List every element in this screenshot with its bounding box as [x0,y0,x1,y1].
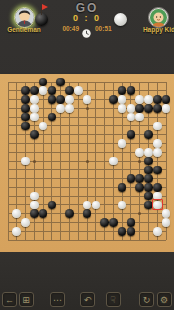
pass-button[interactable]: ⋯ [50,292,65,307]
stone-white [30,104,39,113]
stone-black [144,157,153,166]
stone-black [65,86,74,95]
stone-white [153,148,162,157]
stone-black [144,166,153,175]
stone-white [83,95,92,104]
stone-white [162,209,171,218]
right-player-name: Happy Kid [135,26,174,33]
stone-white [127,113,136,122]
stone-black [144,130,153,139]
left-player-timer: 00:49 [57,25,79,32]
resign-button[interactable]: ☟ [106,292,121,307]
stone-black [162,95,171,104]
stone-black [109,218,118,227]
stone-black [21,95,30,104]
stone-white [83,201,92,210]
stone-black [21,122,30,131]
stone-white [12,209,21,218]
stone-white [12,227,21,236]
left-player-avatar [14,7,35,28]
stone-black [48,95,57,104]
stone-black [39,78,48,87]
settings-button[interactable]: ⚙ [157,292,172,307]
stone-white [153,122,162,131]
stone-white [162,218,171,227]
hoshi-point [138,160,141,163]
undo-button[interactable]: ↶ [80,292,95,307]
right-player-avatar [148,7,169,28]
app-screen: GO 0 : 0 Gentleman 00:49 00:51 [0,0,174,310]
stone-white [30,95,39,104]
go-board[interactable] [0,74,174,252]
grid-line [8,169,166,170]
stone-white [65,95,74,104]
stone-black [127,130,136,139]
white-stone-indicator [114,13,127,26]
grid-line [8,240,166,241]
stone-white [39,86,48,95]
stone-black [39,209,48,218]
stone-black [118,183,127,192]
stone-white [109,157,118,166]
stone-black [30,130,39,139]
right-player-timer: 00:51 [95,25,117,32]
stone-black [127,227,136,236]
stone-white [74,86,83,95]
stone-white [21,218,30,227]
stone-black [118,86,127,95]
stone-black [135,104,144,113]
stone-black [144,174,153,183]
menu-button[interactable]: ⊞ [19,292,34,307]
stone-black [144,104,153,113]
stone-black [144,183,153,192]
stone-black [83,209,92,218]
stone-white [39,122,48,131]
stone-white [118,139,127,148]
clock-icon [82,24,91,33]
stone-white [153,227,162,236]
stone-black [135,183,144,192]
stone-black [127,218,136,227]
stone-black [127,174,136,183]
stone-black [30,86,39,95]
grid-line [104,82,105,240]
hoshi-point [138,212,141,215]
stone-black [135,174,144,183]
stone-black [48,113,57,122]
stone-black [21,104,30,113]
stone-white [144,95,153,104]
stone-black [153,95,162,104]
stone-black [109,95,118,104]
stone-white [118,104,127,113]
stone-black [65,209,74,218]
stone-white [30,201,39,210]
stone-white [118,201,127,210]
stone-black [127,86,136,95]
stone-black [56,78,65,87]
stone-white [144,148,153,157]
stone-black [118,227,127,236]
stone-black [153,183,162,192]
stone-white [30,113,39,122]
left-player-name: Gentleman [0,26,48,33]
stone-white [30,192,39,201]
stone-white [135,113,144,122]
stone-white [135,95,144,104]
stone-white [65,104,74,113]
stone-white [56,104,65,113]
hoshi-point [86,107,89,110]
stone-black [21,86,30,95]
stone-white [153,139,162,148]
turn-flag-icon [42,4,48,10]
stone-white [21,157,30,166]
stone-white [127,104,136,113]
stone-black [48,86,57,95]
grid-line [8,231,166,232]
stone-black [100,218,109,227]
restart-button[interactable]: ↻ [139,292,154,307]
stone-white [118,95,127,104]
stone-black [56,95,65,104]
stone-black [30,209,39,218]
toolbar: ← ⊞ ⋯ ↶ ☟ ↻ ⚙ [0,252,174,310]
grid-line [8,222,166,223]
stone-black [153,104,162,113]
stone-black [153,166,162,175]
stone-white [92,201,101,210]
last-move-marker [152,199,163,210]
grid-line [95,82,96,240]
hoshi-point [86,160,89,163]
stone-black [48,201,57,210]
back-button[interactable]: ← [2,292,17,307]
hoshi-point [33,160,36,163]
header: GO 0 : 0 Gentleman 00:49 00:51 [0,0,174,74]
stone-black [21,113,30,122]
stone-white [135,148,144,157]
stone-white [162,104,171,113]
